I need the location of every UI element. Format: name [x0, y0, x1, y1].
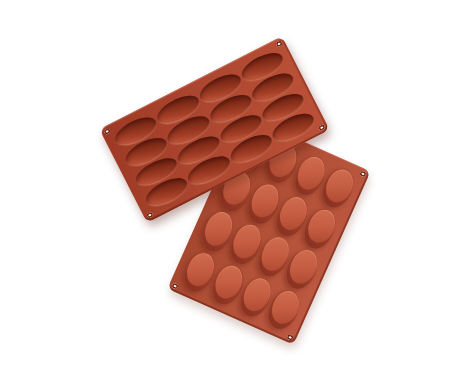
- bump-top-face: [303, 205, 340, 246]
- hanging-hole: [275, 40, 283, 47]
- bump-top-face: [267, 286, 304, 327]
- hanging-hole: [103, 128, 111, 135]
- hanging-hole: [359, 170, 367, 177]
- hanging-hole: [318, 124, 326, 131]
- hanging-hole: [286, 334, 294, 341]
- bump-top-face: [285, 246, 322, 287]
- hanging-hole: [146, 212, 154, 219]
- bump-top-face: [321, 165, 358, 206]
- photo-canvas: [0, 0, 470, 378]
- hanging-hole: [171, 283, 179, 290]
